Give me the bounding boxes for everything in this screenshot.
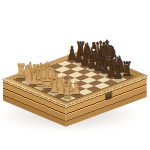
chess-set-photo: ♜♞♝♛♚♝♞♜♟♟♟♟♟♟♟♟♟♟♟♟♟♟♟♟♜♞♝♛♚♝♞♜ (0, 0, 150, 150)
square-h1[interactable]: ♜ (61, 95, 76, 101)
piece-white-rook-h1[interactable]: ♜ (62, 81, 73, 101)
piece-black-rook-h8[interactable]: ♜ (121, 59, 132, 79)
piece-black-pawn-h7[interactable]: ♟ (113, 64, 123, 82)
brass-latch-icon (106, 91, 112, 99)
